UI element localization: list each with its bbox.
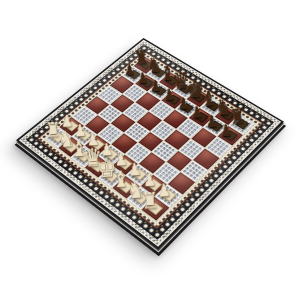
star-inlay-border-band: ♜♞♝♛♚♝♞♜♟♟♟♟♟♟♟♟♟♟♟♟♟♟♟♟♜♞♝♛♚♝♞♜ <box>26 44 274 239</box>
board-outer-edge: ♜♞♝♛♚♝♞♜♟♟♟♟♟♟♟♟♟♟♟♟♟♟♟♟♜♞♝♛♚♝♞♜ <box>16 38 284 249</box>
chess-board: ♜♞♝♛♚♝♞♜♟♟♟♟♟♟♟♟♟♟♟♟♟♟♟♟♜♞♝♛♚♝♞♜ <box>16 38 284 249</box>
white-rook[interactable]: ♜ <box>128 179 173 215</box>
diamond-chain-border-band: ♜♞♝♛♚♝♞♜♟♟♟♟♟♟♟♟♟♟♟♟♟♟♟♟♜♞♝♛♚♝♞♜ <box>37 51 263 228</box>
black-pawn[interactable]: ♟ <box>205 107 246 140</box>
product-photo-canvas: ♜♞♝♛♚♝♞♜♟♟♟♟♟♟♟♟♟♟♟♟♟♟♟♟♜♞♝♛♚♝♞♜ <box>0 0 300 300</box>
mosaic-zigzag-border-band: ♜♞♝♛♚♝♞♜♟♟♟♟♟♟♟♟♟♟♟♟♟♟♟♟♜♞♝♛♚♝♞♜ <box>19 40 281 247</box>
square-h1[interactable]: ♜ <box>142 198 169 221</box>
playing-field: ♜♞♝♛♚♝♞♜♟♟♟♟♟♟♟♟♟♟♟♟♟♟♟♟♜♞♝♛♚♝♞♜ <box>44 56 256 222</box>
